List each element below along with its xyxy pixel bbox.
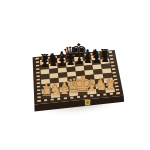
chess-set-photo[interactable]: ♜♞♝♛♚♝♞♜♟♟♟♟♟♟♟♟♟♟♟♟♟♟♟♟♜♞♝♛♚♝♞♜: [0, 0, 150, 150]
chess-board: [0, 0, 150, 150]
brass-clasp-keyhole: [87, 102, 89, 104]
lighting-overlay: [33, 50, 124, 104]
